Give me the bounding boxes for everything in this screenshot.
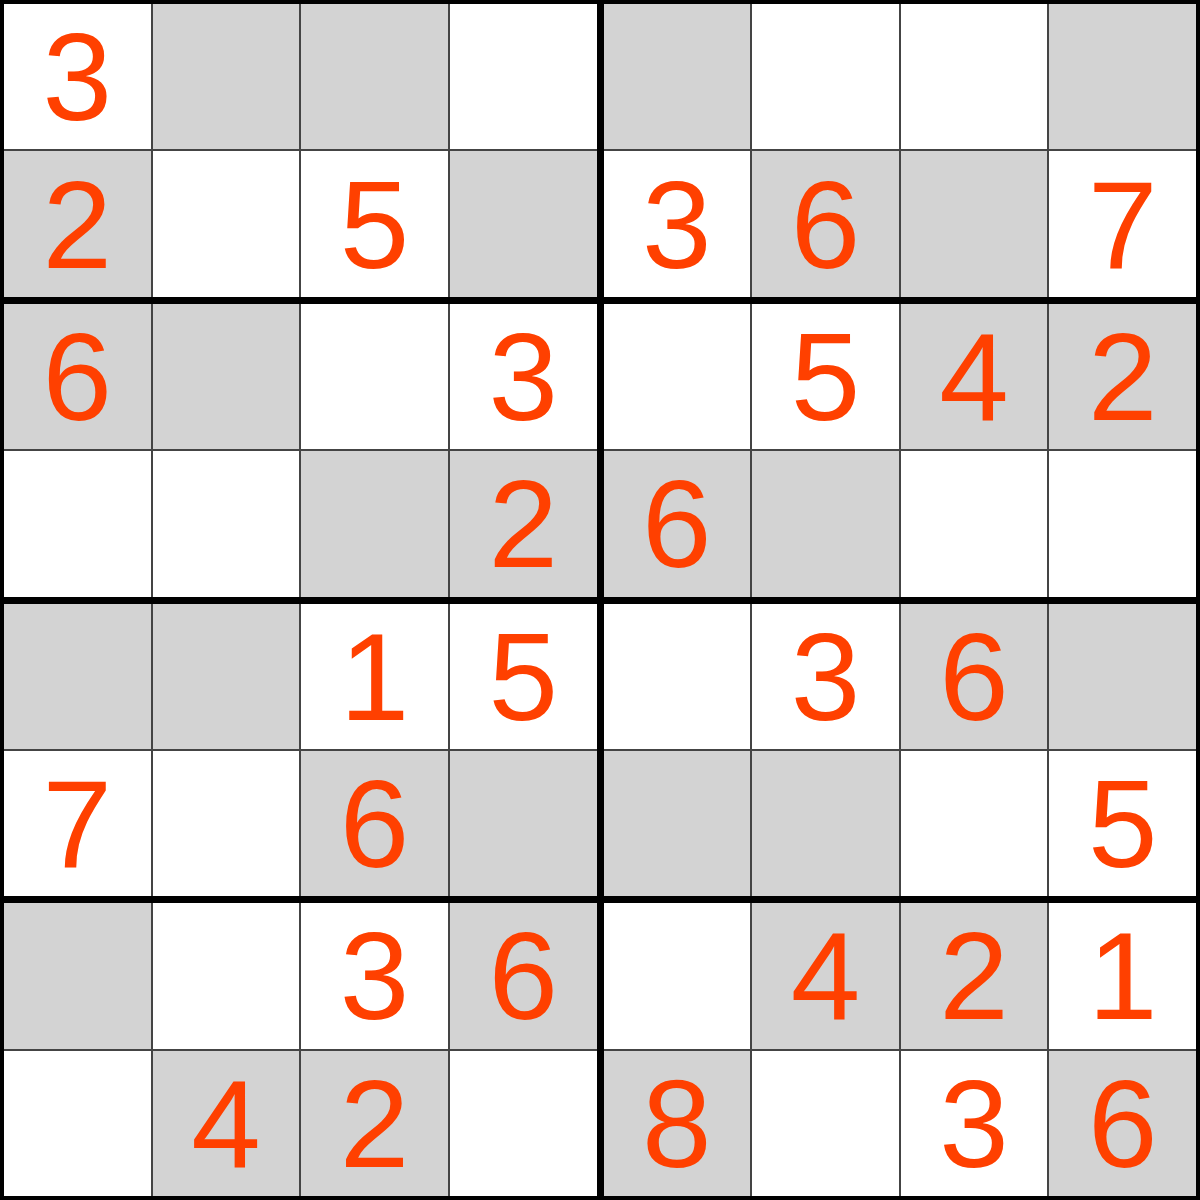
- cell-r4c6[interactable]: [752, 451, 899, 596]
- cell-r7c7[interactable]: 2: [901, 903, 1048, 1048]
- box-r1c1: 325: [4, 4, 597, 297]
- cell-r6c4[interactable]: [450, 751, 597, 896]
- cell-r2c6[interactable]: 6: [752, 151, 899, 296]
- cell-r7c6[interactable]: 4: [752, 903, 899, 1048]
- cell-r8c3[interactable]: 2: [301, 1051, 448, 1196]
- cell-r4c1[interactable]: [4, 451, 151, 596]
- cell-r4c3[interactable]: [301, 451, 448, 596]
- cell-r8c4[interactable]: [450, 1051, 597, 1196]
- cell-r4c4[interactable]: 2: [450, 451, 597, 596]
- cell-r8c2[interactable]: 4: [153, 1051, 300, 1196]
- cell-r8c7[interactable]: 3: [901, 1051, 1048, 1196]
- cell-r1c1[interactable]: 3: [4, 4, 151, 149]
- cell-r4c5[interactable]: 6: [604, 451, 751, 596]
- box-r4c2: 421836: [604, 903, 1197, 1196]
- box-r2c2: 5426: [604, 304, 1197, 597]
- cell-r8c6[interactable]: [752, 1051, 899, 1196]
- cell-r3c7[interactable]: 4: [901, 304, 1048, 449]
- cell-r2c8[interactable]: 7: [1049, 151, 1196, 296]
- cell-r5c4[interactable]: 5: [450, 604, 597, 749]
- box-r3c2: 365: [604, 604, 1197, 897]
- cell-r3c2[interactable]: [153, 304, 300, 449]
- cell-r7c2[interactable]: [153, 903, 300, 1048]
- cell-r8c5[interactable]: 8: [604, 1051, 751, 1196]
- cell-r1c4[interactable]: [450, 4, 597, 149]
- cell-r5c3[interactable]: 1: [301, 604, 448, 749]
- cell-r7c5[interactable]: [604, 903, 751, 1048]
- cell-r1c7[interactable]: [901, 4, 1048, 149]
- cell-r7c8[interactable]: 1: [1049, 903, 1196, 1048]
- cell-r6c3[interactable]: 6: [301, 751, 448, 896]
- cell-r7c4[interactable]: 6: [450, 903, 597, 1048]
- cell-r3c4[interactable]: 3: [450, 304, 597, 449]
- cell-r6c5[interactable]: [604, 751, 751, 896]
- cell-r5c6[interactable]: 3: [752, 604, 899, 749]
- cell-r6c7[interactable]: [901, 751, 1048, 896]
- cell-r1c6[interactable]: [752, 4, 899, 149]
- cell-r5c2[interactable]: [153, 604, 300, 749]
- cell-r4c7[interactable]: [901, 451, 1048, 596]
- cell-r3c6[interactable]: 5: [752, 304, 899, 449]
- box-r1c2: 367: [604, 4, 1197, 297]
- cell-r5c1[interactable]: [4, 604, 151, 749]
- cell-r2c7[interactable]: [901, 151, 1048, 296]
- cell-r6c1[interactable]: 7: [4, 751, 151, 896]
- cell-r5c7[interactable]: 6: [901, 604, 1048, 749]
- cell-r2c4[interactable]: [450, 151, 597, 296]
- cell-r8c1[interactable]: [4, 1051, 151, 1196]
- cell-r2c5[interactable]: 3: [604, 151, 751, 296]
- cell-r1c3[interactable]: [301, 4, 448, 149]
- box-r2c1: 632: [4, 304, 597, 597]
- cell-r7c1[interactable]: [4, 903, 151, 1048]
- cell-r3c3[interactable]: [301, 304, 448, 449]
- cell-r7c3[interactable]: 3: [301, 903, 448, 1048]
- sudoku-board: 325367632542615763653642421836: [0, 0, 1200, 1200]
- cell-r1c2[interactable]: [153, 4, 300, 149]
- cell-r1c8[interactable]: [1049, 4, 1196, 149]
- cell-r6c8[interactable]: 5: [1049, 751, 1196, 896]
- cell-r2c2[interactable]: [153, 151, 300, 296]
- cell-r6c6[interactable]: [752, 751, 899, 896]
- cell-r4c2[interactable]: [153, 451, 300, 596]
- cell-r2c1[interactable]: 2: [4, 151, 151, 296]
- cell-r8c8[interactable]: 6: [1049, 1051, 1196, 1196]
- cell-r3c8[interactable]: 2: [1049, 304, 1196, 449]
- cell-r5c5[interactable]: [604, 604, 751, 749]
- cell-r5c8[interactable]: [1049, 604, 1196, 749]
- box-r3c1: 1576: [4, 604, 597, 897]
- cell-r4c8[interactable]: [1049, 451, 1196, 596]
- box-r4c1: 3642: [4, 903, 597, 1196]
- cell-r3c5[interactable]: [604, 304, 751, 449]
- cell-r1c5[interactable]: [604, 4, 751, 149]
- cell-r3c1[interactable]: 6: [4, 304, 151, 449]
- cell-r6c2[interactable]: [153, 751, 300, 896]
- cell-r2c3[interactable]: 5: [301, 151, 448, 296]
